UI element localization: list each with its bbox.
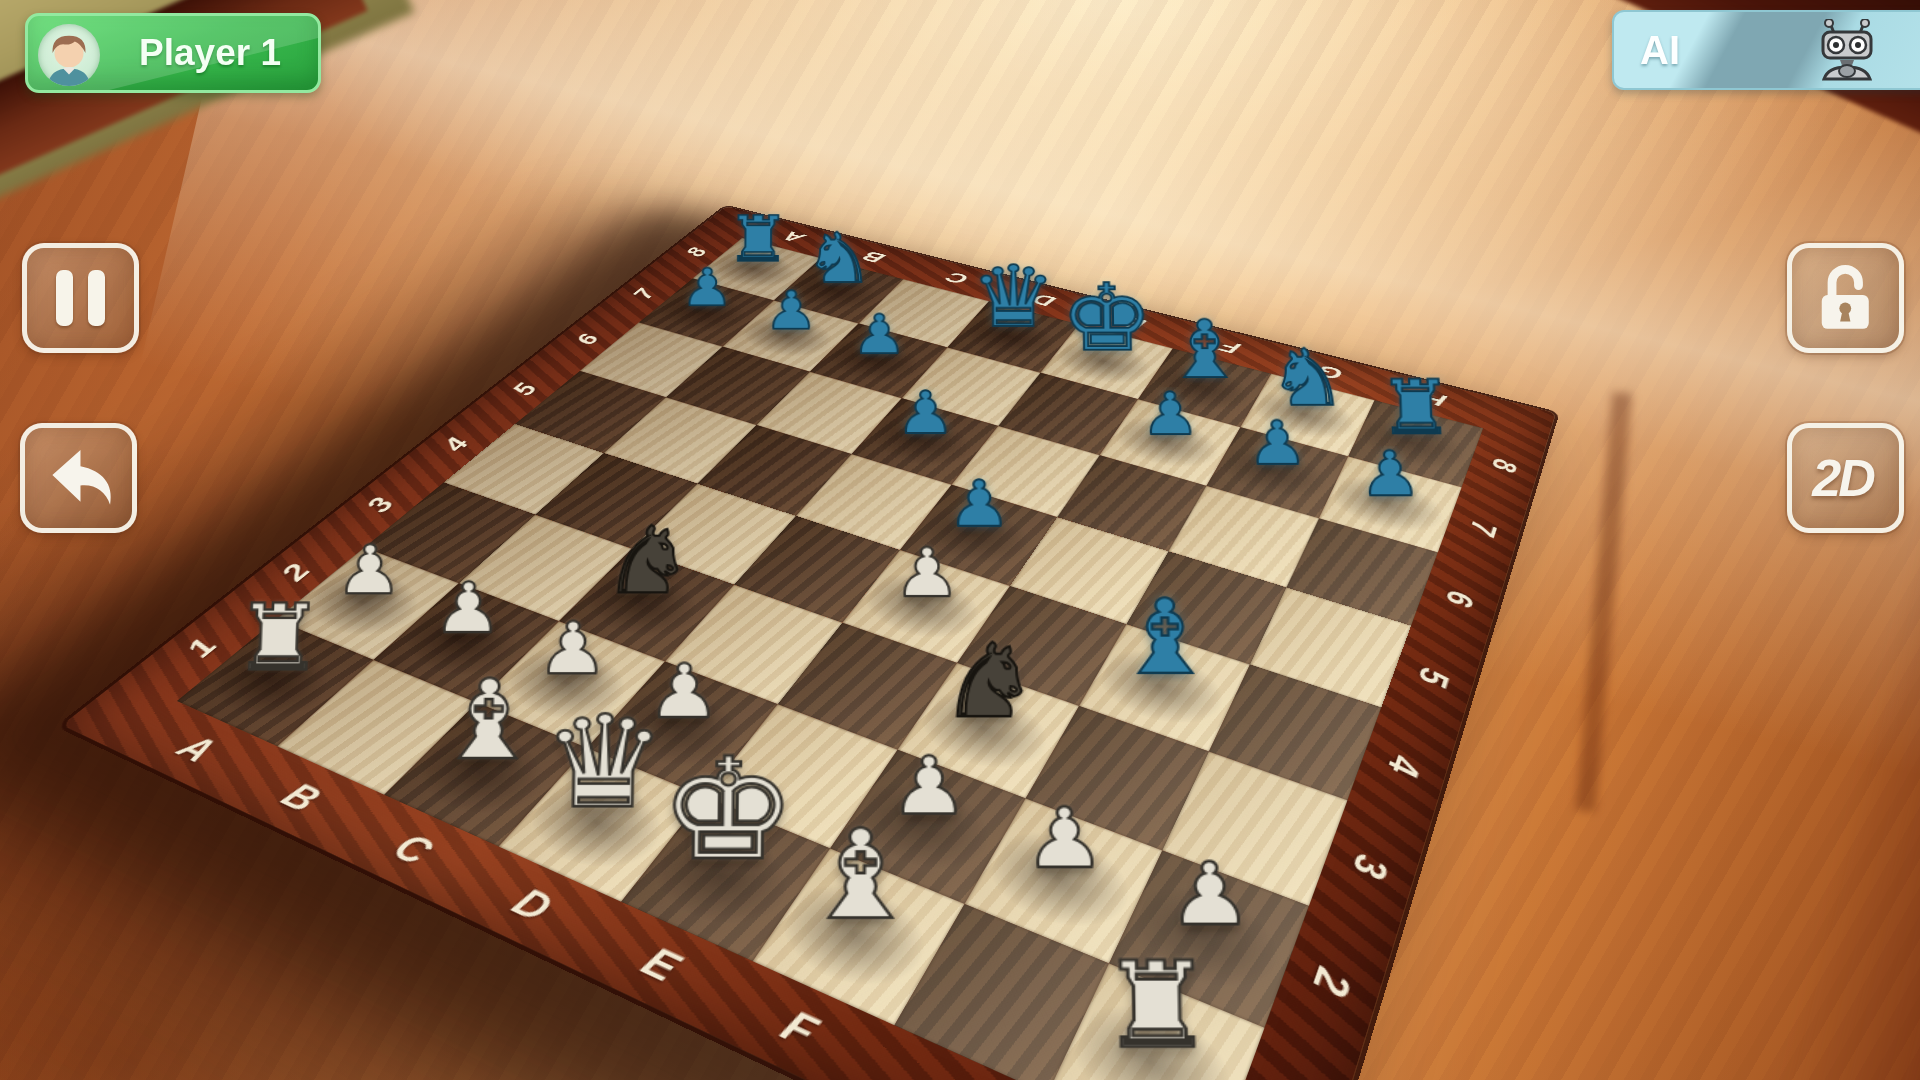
piece-black-pawn[interactable]: ♟ — [833, 386, 1019, 440]
table-plank-seam — [1576, 392, 1633, 812]
piece-white-rook[interactable]: ♜ — [164, 596, 392, 680]
table-edge-right — [1756, 303, 1920, 1080]
piece-white-knight[interactable]: ♞ — [873, 634, 1106, 728]
piece-black-pawn[interactable]: ♟ — [879, 475, 1080, 534]
rank-label-right-6: 6 — [1389, 560, 1530, 639]
piece-white-rook[interactable]: ♜ — [1014, 951, 1301, 1060]
piece-white-bishop[interactable]: ♝ — [728, 819, 994, 932]
robot-icon — [1818, 19, 1876, 85]
player1-name: Player 1 — [114, 16, 306, 90]
piece-black-pawn[interactable]: ♟ — [1292, 445, 1490, 502]
pause-button[interactable] — [22, 243, 139, 353]
undo-arrow-icon — [42, 441, 116, 515]
piece-white-pawn[interactable]: ♟ — [821, 542, 1034, 604]
ai-banner: AI — [1612, 10, 1920, 90]
unlock-button[interactable] — [1787, 243, 1904, 353]
unlock-icon — [1810, 262, 1882, 334]
piece-black-pawn[interactable]: ♟ — [793, 310, 966, 360]
rank-label-right-4: 4 — [1324, 717, 1483, 818]
game-screen: { "game": "chess", "position": { "fen": … — [0, 0, 1920, 1080]
undo-button[interactable] — [20, 423, 137, 533]
ai-name: AI — [1640, 12, 1680, 88]
player1-avatar-icon — [38, 24, 100, 86]
piece-white-pawn[interactable]: ♟ — [1077, 855, 1344, 934]
pause-icon — [56, 270, 73, 326]
chess-board: ABCDEFGH8♜♞♛♚♝♞♜87♟♟♟♟♟♟76♟65♟54♟♝43♞♞32… — [62, 206, 1556, 1080]
2d-view-label: 2D — [1812, 448, 1878, 508]
2d-view-button[interactable]: 2D — [1787, 423, 1904, 533]
player1-banner: Player 1 — [25, 13, 321, 93]
